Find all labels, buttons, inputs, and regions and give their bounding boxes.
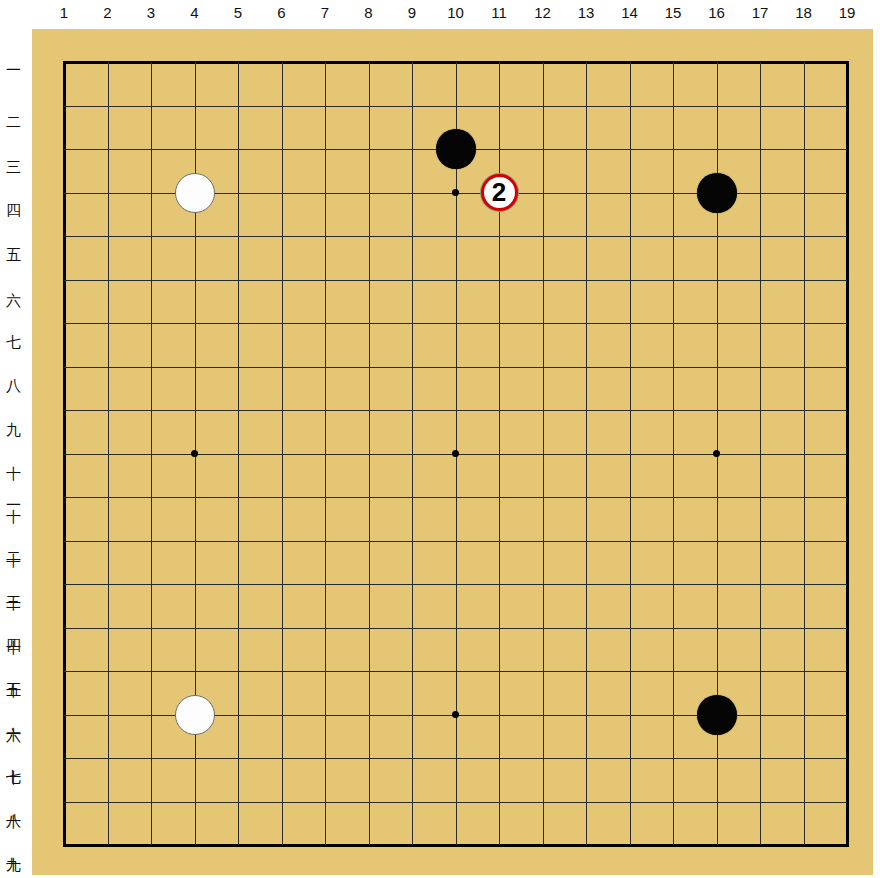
column-label: 4 [190, 4, 198, 21]
column-label: 8 [364, 4, 372, 21]
column-label: 9 [408, 4, 416, 21]
column-label: 17 [752, 4, 769, 21]
stone-black [436, 129, 476, 169]
stones-layer: 2 [42, 40, 869, 867]
column-label: 3 [147, 4, 155, 21]
column-label: 19 [839, 4, 856, 21]
column-label: 14 [621, 4, 638, 21]
go-board[interactable]: 2 [32, 29, 873, 875]
column-label: 1 [60, 4, 68, 21]
stone-black [697, 695, 737, 735]
column-label: 7 [321, 4, 329, 21]
column-label: 2 [103, 4, 111, 21]
stone-black [697, 173, 737, 213]
go-diagram-page: 12345678910111213141516171819 一二三四五六七八九十… [0, 0, 880, 878]
move-number-label: 2 [492, 179, 506, 205]
stone-white [175, 695, 215, 735]
column-label: 18 [795, 4, 812, 21]
column-label: 16 [708, 4, 725, 21]
column-label: 10 [447, 4, 464, 21]
column-label: 13 [578, 4, 595, 21]
column-label: 15 [665, 4, 682, 21]
column-label: 12 [534, 4, 551, 21]
column-label: 11 [491, 4, 507, 21]
column-label: 5 [234, 4, 242, 21]
column-label: 6 [277, 4, 285, 21]
stone-marked-move: 2 [481, 174, 518, 211]
stone-white [175, 173, 215, 213]
